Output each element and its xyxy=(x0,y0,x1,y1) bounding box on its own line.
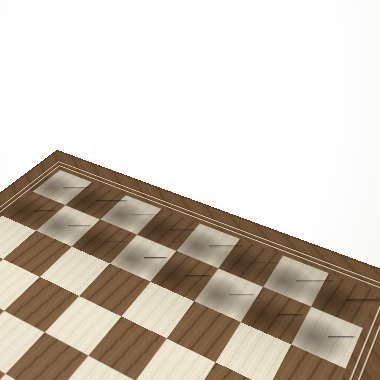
chessboard: ♜♞♝♛♚♝♞♜♟♟♟♟♟♟♟♟ xyxy=(0,170,378,380)
perspective-wrap: ♜♞♝♛♚♝♞♜♟♟♟♟♟♟♟♟ xyxy=(0,0,380,380)
chessboard-frame: ♜♞♝♛♚♝♞♜♟♟♟♟♟♟♟♟ xyxy=(0,150,380,380)
pawn-glyph: ♟ xyxy=(289,276,366,336)
square-e6[interactable] xyxy=(121,282,194,339)
chess-set-product-photo: ♜♞♝♛♚♝♞♜♟♟♟♟♟♟♟♟ xyxy=(0,0,380,380)
